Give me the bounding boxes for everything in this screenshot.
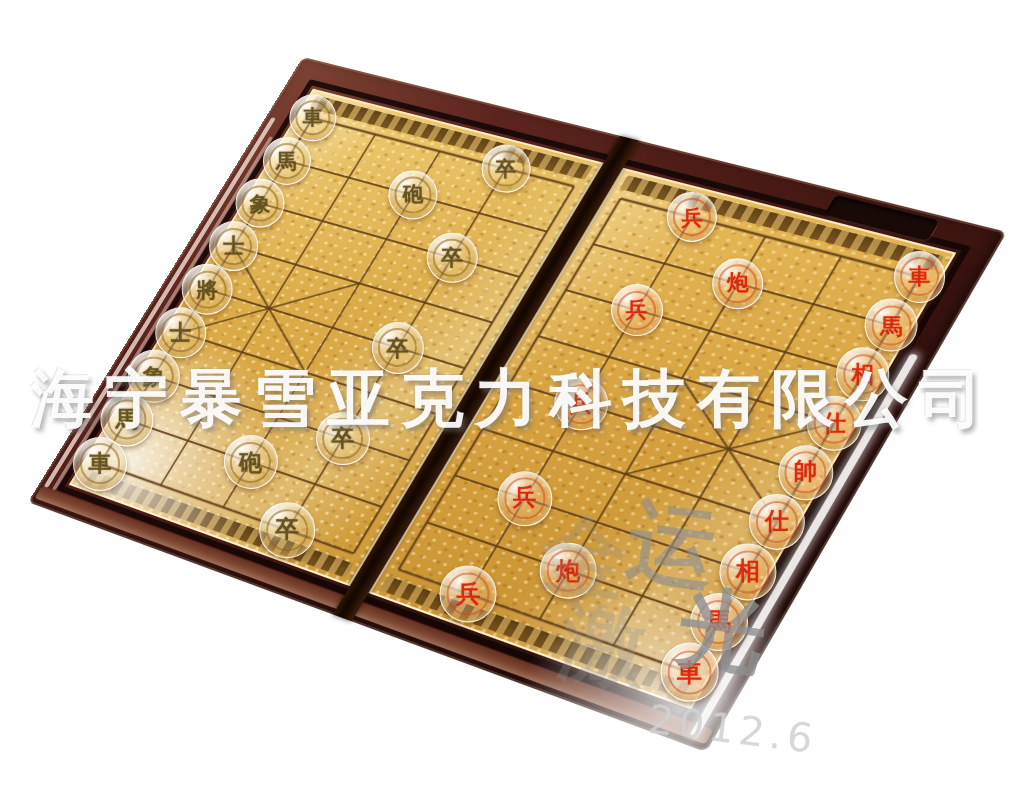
piece-character: 馬 [276,150,296,170]
piece-black-advisor[interactable]: 士 [209,221,259,271]
piece-character: 帥 [794,461,818,485]
piece-character: 砲 [239,451,262,474]
watermark-company-name: 海宁暴雪亚克力科技有限公司 [18,356,1006,442]
piece-black-chariot[interactable]: 車 [289,94,336,141]
piece-character: 馬 [880,314,902,336]
piece-red-soldier[interactable]: 兵 [667,192,717,242]
piece-character: 炮 [727,273,749,295]
piece-red-cannon[interactable]: 炮 [712,258,764,310]
piece-character: 車 [88,452,111,475]
piece-black-horse[interactable]: 馬 [262,137,310,185]
piece-character: 兵 [456,582,480,606]
piece-red-general[interactable]: 帥 [778,445,833,500]
watermark-logo-char: 光 [670,566,774,696]
piece-black-soldier[interactable]: 卒 [260,502,316,558]
piece-red-horse[interactable]: 馬 [865,299,918,352]
piece-character: 仕 [765,510,789,534]
piece-red-soldier[interactable]: 兵 [611,284,663,336]
piece-character: 車 [303,108,323,128]
piece-character: 卒 [496,158,517,179]
piece-red-soldier[interactable]: 兵 [440,565,497,622]
piece-character: 士 [223,236,244,257]
piece-black-general[interactable]: 將 [182,264,233,315]
piece-black-soldier[interactable]: 卒 [427,233,478,284]
piece-black-soldier[interactable]: 卒 [481,144,530,193]
piece-red-chariot[interactable]: 車 [894,251,946,303]
piece-red-advisor[interactable]: 仕 [749,494,805,550]
piece-character: 象 [250,193,271,214]
piece-character: 砲 [403,185,424,206]
watermark-logo-char: 激 [552,580,656,710]
piece-character: 卒 [276,518,300,542]
piece-character: 兵 [626,299,648,321]
piece-character: 卒 [441,247,462,268]
piece-character: 士 [170,322,192,344]
product-photo: 車馬象士將士象馬車砲砲卒卒卒卒卒兵兵兵兵兵炮炮車馬相仕帥仕相馬車 海宁暴雪亚克力… [0,0,1024,787]
piece-character: 將 [196,279,217,300]
piece-black-cannon[interactable]: 砲 [224,435,278,489]
piece-black-chariot[interactable]: 車 [73,437,127,491]
piece-character: 兵 [681,207,702,228]
piece-black-elephant[interactable]: 象 [236,179,285,228]
piece-character: 車 [909,266,931,288]
piece-black-cannon[interactable]: 砲 [389,171,438,220]
piece-character: 兵 [513,487,537,511]
